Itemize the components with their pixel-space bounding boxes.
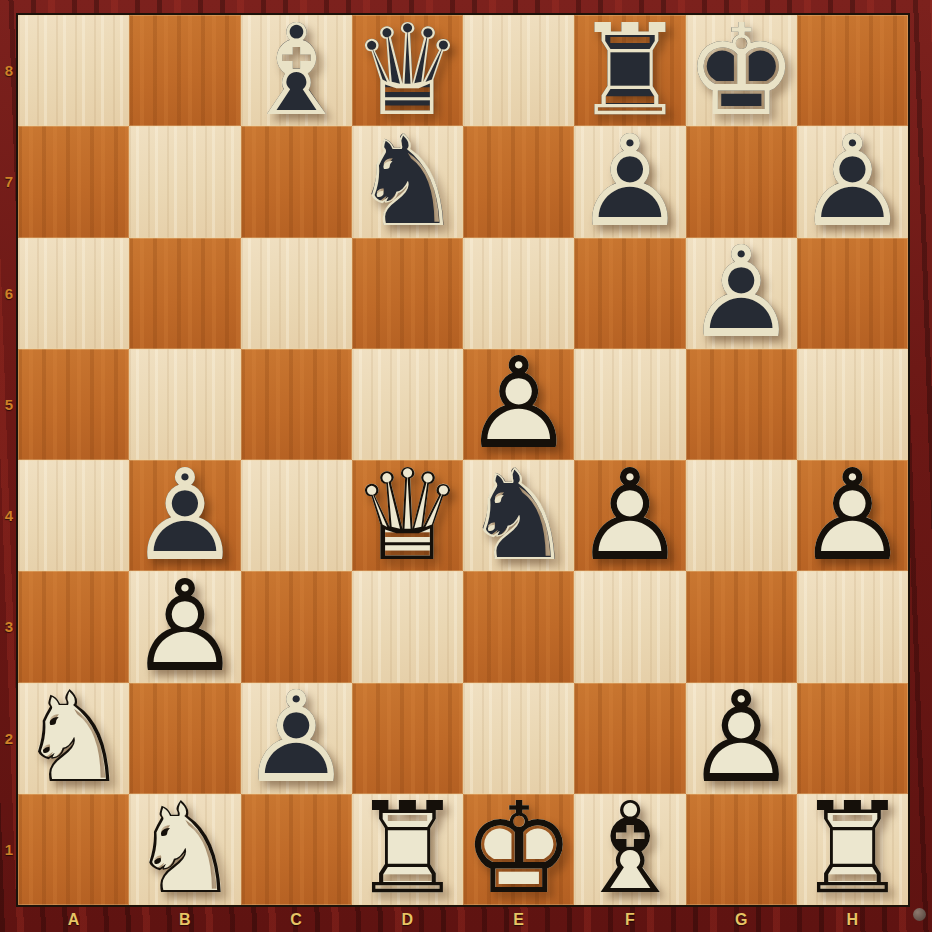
black-pawn[interactable]: ♟♙: [574, 126, 685, 237]
square-a6[interactable]: [18, 238, 129, 349]
white-knight[interactable]: ♞♘: [18, 683, 129, 794]
white-knight-outline: ♘: [18, 683, 129, 794]
white-king[interactable]: ♚♔: [463, 794, 574, 905]
square-f6[interactable]: [574, 238, 685, 349]
file-label-h: H: [797, 907, 908, 932]
white-pawn-outline: ♙: [797, 460, 908, 571]
white-king-outline: ♔: [463, 794, 574, 905]
square-d3[interactable]: [352, 571, 463, 682]
white-pawn-outline: ♙: [129, 571, 240, 682]
file-label-g: G: [686, 907, 797, 932]
white-queen[interactable]: ♛♕: [352, 460, 463, 571]
square-h6[interactable]: [797, 238, 908, 349]
white-pawn-outline: ♙: [686, 683, 797, 794]
black-bishop[interactable]: ♝♗: [241, 15, 352, 126]
square-c4[interactable]: [241, 460, 352, 571]
square-h7[interactable]: ♟♙: [797, 126, 908, 237]
square-d7[interactable]: ♞♘: [352, 126, 463, 237]
square-e3[interactable]: [463, 571, 574, 682]
rank-label-7: 7: [0, 126, 18, 237]
square-b6[interactable]: [129, 238, 240, 349]
white-rook-outline: ♖: [352, 794, 463, 905]
white-knight[interactable]: ♞♘: [129, 794, 240, 905]
white-queen-outline: ♕: [352, 460, 463, 571]
square-c2[interactable]: ♟♙: [241, 683, 352, 794]
square-f3[interactable]: [574, 571, 685, 682]
white-rook-outline: ♖: [797, 794, 908, 905]
square-e4[interactable]: ♞♘: [463, 460, 574, 571]
square-g8[interactable]: ♚♔: [686, 15, 797, 126]
black-pawn[interactable]: ♟♙: [686, 238, 797, 349]
file-label-f: F: [574, 907, 685, 932]
rank-label-2: 2: [0, 683, 18, 794]
chess-board: ♝♗♛♕♜♖♚♔♞♘♟♙♟♙♟♙♟♙♟♙♛♕♞♘♟♙♟♙♟♙♞♘♟♙♟♙♞♘♜♖…: [18, 15, 908, 905]
rank-label-4: 4: [0, 460, 18, 571]
black-knight[interactable]: ♞♘: [352, 126, 463, 237]
white-rook[interactable]: ♜♖: [797, 794, 908, 905]
square-g5[interactable]: [686, 349, 797, 460]
black-king[interactable]: ♚♔: [686, 15, 797, 126]
black-bishop-outline: ♗: [241, 15, 352, 126]
square-c6[interactable]: [241, 238, 352, 349]
square-b1[interactable]: ♞♘: [129, 794, 240, 905]
square-e8[interactable]: [463, 15, 574, 126]
black-knight[interactable]: ♞♘: [463, 460, 574, 571]
square-e7[interactable]: [463, 126, 574, 237]
black-king-outline: ♔: [686, 15, 797, 126]
square-a1[interactable]: [18, 794, 129, 905]
square-e1[interactable]: ♚♔: [463, 794, 574, 905]
white-pawn[interactable]: ♟♙: [574, 460, 685, 571]
square-d4[interactable]: ♛♕: [352, 460, 463, 571]
black-pawn-outline: ♙: [241, 683, 352, 794]
square-b3[interactable]: ♟♙: [129, 571, 240, 682]
black-pawn[interactable]: ♟♙: [241, 683, 352, 794]
black-pawn-outline: ♙: [574, 126, 685, 237]
white-pawn-outline: ♙: [574, 460, 685, 571]
square-c1[interactable]: [241, 794, 352, 905]
black-knight-outline: ♘: [463, 460, 574, 571]
square-g4[interactable]: [686, 460, 797, 571]
square-h3[interactable]: [797, 571, 908, 682]
white-bishop[interactable]: ♝♗: [574, 794, 685, 905]
square-a7[interactable]: [18, 126, 129, 237]
file-labels: ABCDEFGH: [18, 907, 908, 932]
square-g2[interactable]: ♟♙: [686, 683, 797, 794]
square-d1[interactable]: ♜♖: [352, 794, 463, 905]
square-b7[interactable]: [129, 126, 240, 237]
square-f7[interactable]: ♟♙: [574, 126, 685, 237]
file-label-d: D: [352, 907, 463, 932]
black-pawn-outline: ♙: [797, 126, 908, 237]
white-pawn[interactable]: ♟♙: [129, 571, 240, 682]
black-knight-outline: ♘: [352, 126, 463, 237]
file-label-a: A: [18, 907, 129, 932]
white-pawn[interactable]: ♟♙: [686, 683, 797, 794]
rank-label-5: 5: [0, 349, 18, 460]
corner-dot: [913, 908, 926, 921]
square-a5[interactable]: [18, 349, 129, 460]
file-label-e: E: [463, 907, 574, 932]
white-bishop-outline: ♗: [574, 794, 685, 905]
square-a4[interactable]: [18, 460, 129, 571]
rank-label-3: 3: [0, 571, 18, 682]
square-f4[interactable]: ♟♙: [574, 460, 685, 571]
square-h1[interactable]: ♜♖: [797, 794, 908, 905]
square-d6[interactable]: [352, 238, 463, 349]
white-knight-outline: ♘: [129, 794, 240, 905]
square-g1[interactable]: [686, 794, 797, 905]
square-f1[interactable]: ♝♗: [574, 794, 685, 905]
black-pawn[interactable]: ♟♙: [797, 126, 908, 237]
file-label-c: C: [241, 907, 352, 932]
rank-labels: 87654321: [0, 15, 18, 905]
square-c5[interactable]: [241, 349, 352, 460]
square-a2[interactable]: ♞♘: [18, 683, 129, 794]
square-b8[interactable]: [129, 15, 240, 126]
rank-label-8: 8: [0, 15, 18, 126]
rank-label-1: 1: [0, 794, 18, 905]
square-c7[interactable]: [241, 126, 352, 237]
square-c8[interactable]: ♝♗: [241, 15, 352, 126]
rank-label-6: 6: [0, 238, 18, 349]
square-g6[interactable]: ♟♙: [686, 238, 797, 349]
file-label-b: B: [129, 907, 240, 932]
white-pawn[interactable]: ♟♙: [797, 460, 908, 571]
white-rook[interactable]: ♜♖: [352, 794, 463, 905]
square-a8[interactable]: [18, 15, 129, 126]
square-h4[interactable]: ♟♙: [797, 460, 908, 571]
black-pawn-outline: ♙: [686, 238, 797, 349]
chess-board-frame: 87654321 ♝♗♛♕♜♖♚♔♞♘♟♙♟♙♟♙♟♙♟♙♛♕♞♘♟♙♟♙♟♙♞…: [0, 0, 932, 932]
